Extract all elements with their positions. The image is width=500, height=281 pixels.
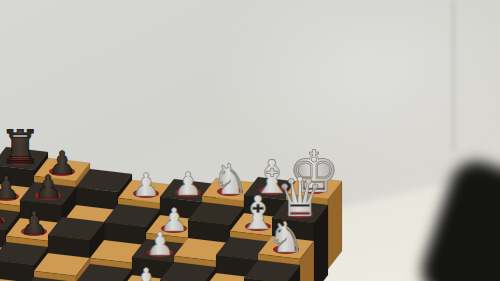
piece-white-pawn[interactable]: ♟ — [132, 166, 161, 204]
piece-black-bishop[interactable]: ♝ — [0, 180, 13, 234]
piece-white-pawn[interactable]: ♟ — [132, 261, 161, 281]
piece-black-pawn[interactable]: ♟ — [20, 204, 49, 242]
piece-black-rook[interactable]: ♜ — [0, 120, 41, 174]
photo-scene: ♜♟♟♟♞♝♚♟♟♟♝♛♝♟♟♞♟♟♟ — [0, 0, 500, 281]
chessboard-3d: ♜♟♟♟♞♝♚♟♟♟♝♛♝♟♟♞♟♟♟ — [0, 0, 500, 281]
piece-white-pawn[interactable]: ♟ — [174, 165, 203, 203]
board-cubes: ♜♟♟♟♞♝♚♟♟♟♝♛♝♟♟♞♟♟♟ — [0, 120, 342, 281]
piece-white-knight[interactable]: ♞ — [267, 213, 305, 262]
piece-black-pawn[interactable]: ♟ — [34, 168, 63, 206]
piece-white-pawn[interactable]: ♟ — [146, 225, 175, 263]
